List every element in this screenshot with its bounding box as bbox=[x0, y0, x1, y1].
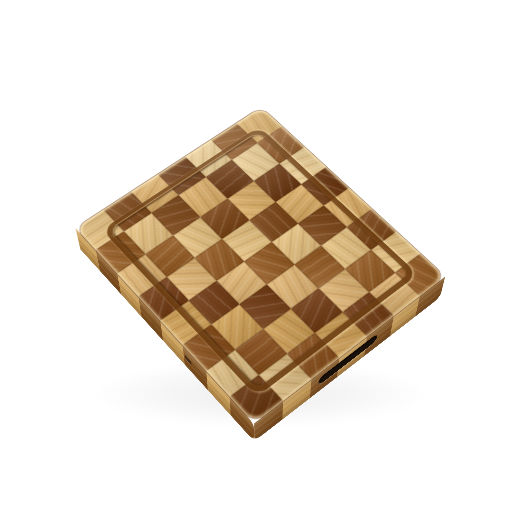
product-photo-scene bbox=[0, 0, 510, 510]
